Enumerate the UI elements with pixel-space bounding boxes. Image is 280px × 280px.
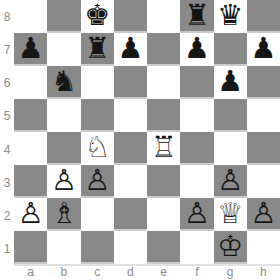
square-h3[interactable]	[247, 165, 280, 198]
square-e8[interactable]	[147, 0, 180, 33]
square-g1[interactable]: ♔	[214, 231, 247, 264]
square-a2[interactable]: ♙	[14, 198, 47, 231]
square-a3[interactable]	[14, 165, 47, 198]
square-h5[interactable]	[247, 99, 280, 132]
square-f3[interactable]	[180, 165, 213, 198]
square-d1[interactable]	[114, 231, 147, 264]
square-g2[interactable]: ♕	[214, 198, 247, 231]
white-king-g1[interactable]: ♔	[217, 232, 243, 261]
square-f7[interactable]: ♟	[180, 33, 213, 66]
square-a1[interactable]	[14, 231, 47, 264]
white-pawn-h2[interactable]: ♙	[250, 199, 276, 228]
square-a8[interactable]	[14, 0, 47, 33]
corner-spacer	[0, 266, 14, 280]
file-label-d: d	[114, 266, 147, 280]
rank-labels: 8 7 6 5 4 3 2 1	[0, 0, 14, 266]
chess-board-frame: 8 7 6 5 4 3 2 1 ♚♜♛♟♜♟♟♟♞♟♘♖♙♙♙♙♗♙♕♙♔ a …	[0, 0, 280, 280]
square-d4[interactable]	[114, 132, 147, 165]
file-label-e: e	[147, 266, 180, 280]
square-e2[interactable]	[147, 198, 180, 231]
square-f2[interactable]: ♙	[180, 198, 213, 231]
black-queen-g8[interactable]: ♛	[217, 1, 243, 30]
square-d6[interactable]	[114, 66, 147, 99]
square-a6[interactable]	[14, 66, 47, 99]
square-e3[interactable]	[147, 165, 180, 198]
white-pawn-c3[interactable]: ♙	[84, 166, 110, 195]
black-rook-c7[interactable]: ♜	[84, 34, 110, 63]
square-d7[interactable]: ♟	[114, 33, 147, 66]
square-b6[interactable]: ♞	[47, 66, 80, 99]
square-a7[interactable]: ♟	[14, 33, 47, 66]
square-g4[interactable]	[214, 132, 247, 165]
square-f5[interactable]	[180, 99, 213, 132]
file-label-b: b	[47, 266, 80, 280]
square-b2[interactable]: ♗	[47, 198, 80, 231]
square-c4[interactable]: ♘	[81, 132, 114, 165]
rank-label-6: 6	[0, 67, 14, 100]
square-e5[interactable]	[147, 99, 180, 132]
square-b7[interactable]	[47, 33, 80, 66]
rank-label-4: 4	[0, 133, 14, 166]
white-knight-c4[interactable]: ♘	[84, 133, 110, 162]
black-pawn-h7[interactable]: ♟	[250, 34, 276, 63]
black-pawn-f7[interactable]: ♟	[184, 34, 210, 63]
square-e7[interactable]	[147, 33, 180, 66]
square-g5[interactable]	[214, 99, 247, 132]
square-c3[interactable]: ♙	[81, 165, 114, 198]
square-c5[interactable]	[81, 99, 114, 132]
square-d3[interactable]	[114, 165, 147, 198]
square-b4[interactable]	[47, 132, 80, 165]
white-pawn-f2[interactable]: ♙	[184, 199, 210, 228]
black-knight-b6[interactable]: ♞	[51, 67, 77, 96]
file-label-g: g	[214, 266, 247, 280]
square-h1[interactable]	[247, 231, 280, 264]
square-h4[interactable]	[247, 132, 280, 165]
white-rook-e4[interactable]: ♖	[151, 133, 177, 162]
rank-label-2: 2	[0, 200, 14, 233]
file-label-a: a	[14, 266, 47, 280]
square-d5[interactable]	[114, 99, 147, 132]
square-c6[interactable]	[81, 66, 114, 99]
square-h6[interactable]	[247, 66, 280, 99]
square-h8[interactable]	[247, 0, 280, 33]
white-bishop-b2[interactable]: ♗	[51, 199, 77, 228]
square-g3[interactable]: ♙	[214, 165, 247, 198]
white-pawn-b3[interactable]: ♙	[51, 166, 77, 195]
square-a4[interactable]	[14, 132, 47, 165]
square-g8[interactable]: ♛	[214, 0, 247, 33]
square-h2[interactable]: ♙	[247, 198, 280, 231]
black-rook-f8[interactable]: ♜	[184, 1, 210, 30]
square-f1[interactable]	[180, 231, 213, 264]
square-g6[interactable]: ♟	[214, 66, 247, 99]
file-label-c: c	[81, 266, 114, 280]
white-pawn-g3[interactable]: ♙	[217, 166, 243, 195]
black-king-c8[interactable]: ♚	[84, 1, 110, 30]
square-e1[interactable]	[147, 231, 180, 264]
file-labels: a b c d e f g h	[14, 266, 280, 280]
file-label-h: h	[247, 266, 280, 280]
black-pawn-a7[interactable]: ♟	[18, 34, 44, 63]
square-a5[interactable]	[14, 99, 47, 132]
square-c1[interactable]	[81, 231, 114, 264]
rank-label-8: 8	[0, 0, 14, 33]
square-c7[interactable]: ♜	[81, 33, 114, 66]
square-b8[interactable]	[47, 0, 80, 33]
square-f4[interactable]	[180, 132, 213, 165]
rank-label-5: 5	[0, 100, 14, 133]
white-queen-g2[interactable]: ♕	[217, 199, 243, 228]
rank-label-7: 7	[0, 33, 14, 66]
black-pawn-g6[interactable]: ♟	[217, 67, 243, 96]
square-f6[interactable]	[180, 66, 213, 99]
black-pawn-d7[interactable]: ♟	[117, 34, 143, 63]
rank-label-3: 3	[0, 166, 14, 199]
square-f8[interactable]: ♜	[180, 0, 213, 33]
white-pawn-a2[interactable]: ♙	[18, 199, 44, 228]
square-c8[interactable]: ♚	[81, 0, 114, 33]
square-e6[interactable]	[147, 66, 180, 99]
square-d2[interactable]	[114, 198, 147, 231]
square-d8[interactable]	[114, 0, 147, 33]
square-e4[interactable]: ♖	[147, 132, 180, 165]
square-c2[interactable]	[81, 198, 114, 231]
square-h7[interactable]: ♟	[247, 33, 280, 66]
square-b5[interactable]	[47, 99, 80, 132]
square-g7[interactable]	[214, 33, 247, 66]
rank-label-1: 1	[0, 233, 14, 266]
chess-board[interactable]: ♚♜♛♟♜♟♟♟♞♟♘♖♙♙♙♙♗♙♕♙♔	[14, 0, 280, 266]
square-b1[interactable]	[47, 231, 80, 264]
square-b3[interactable]: ♙	[47, 165, 80, 198]
file-label-f: f	[180, 266, 213, 280]
